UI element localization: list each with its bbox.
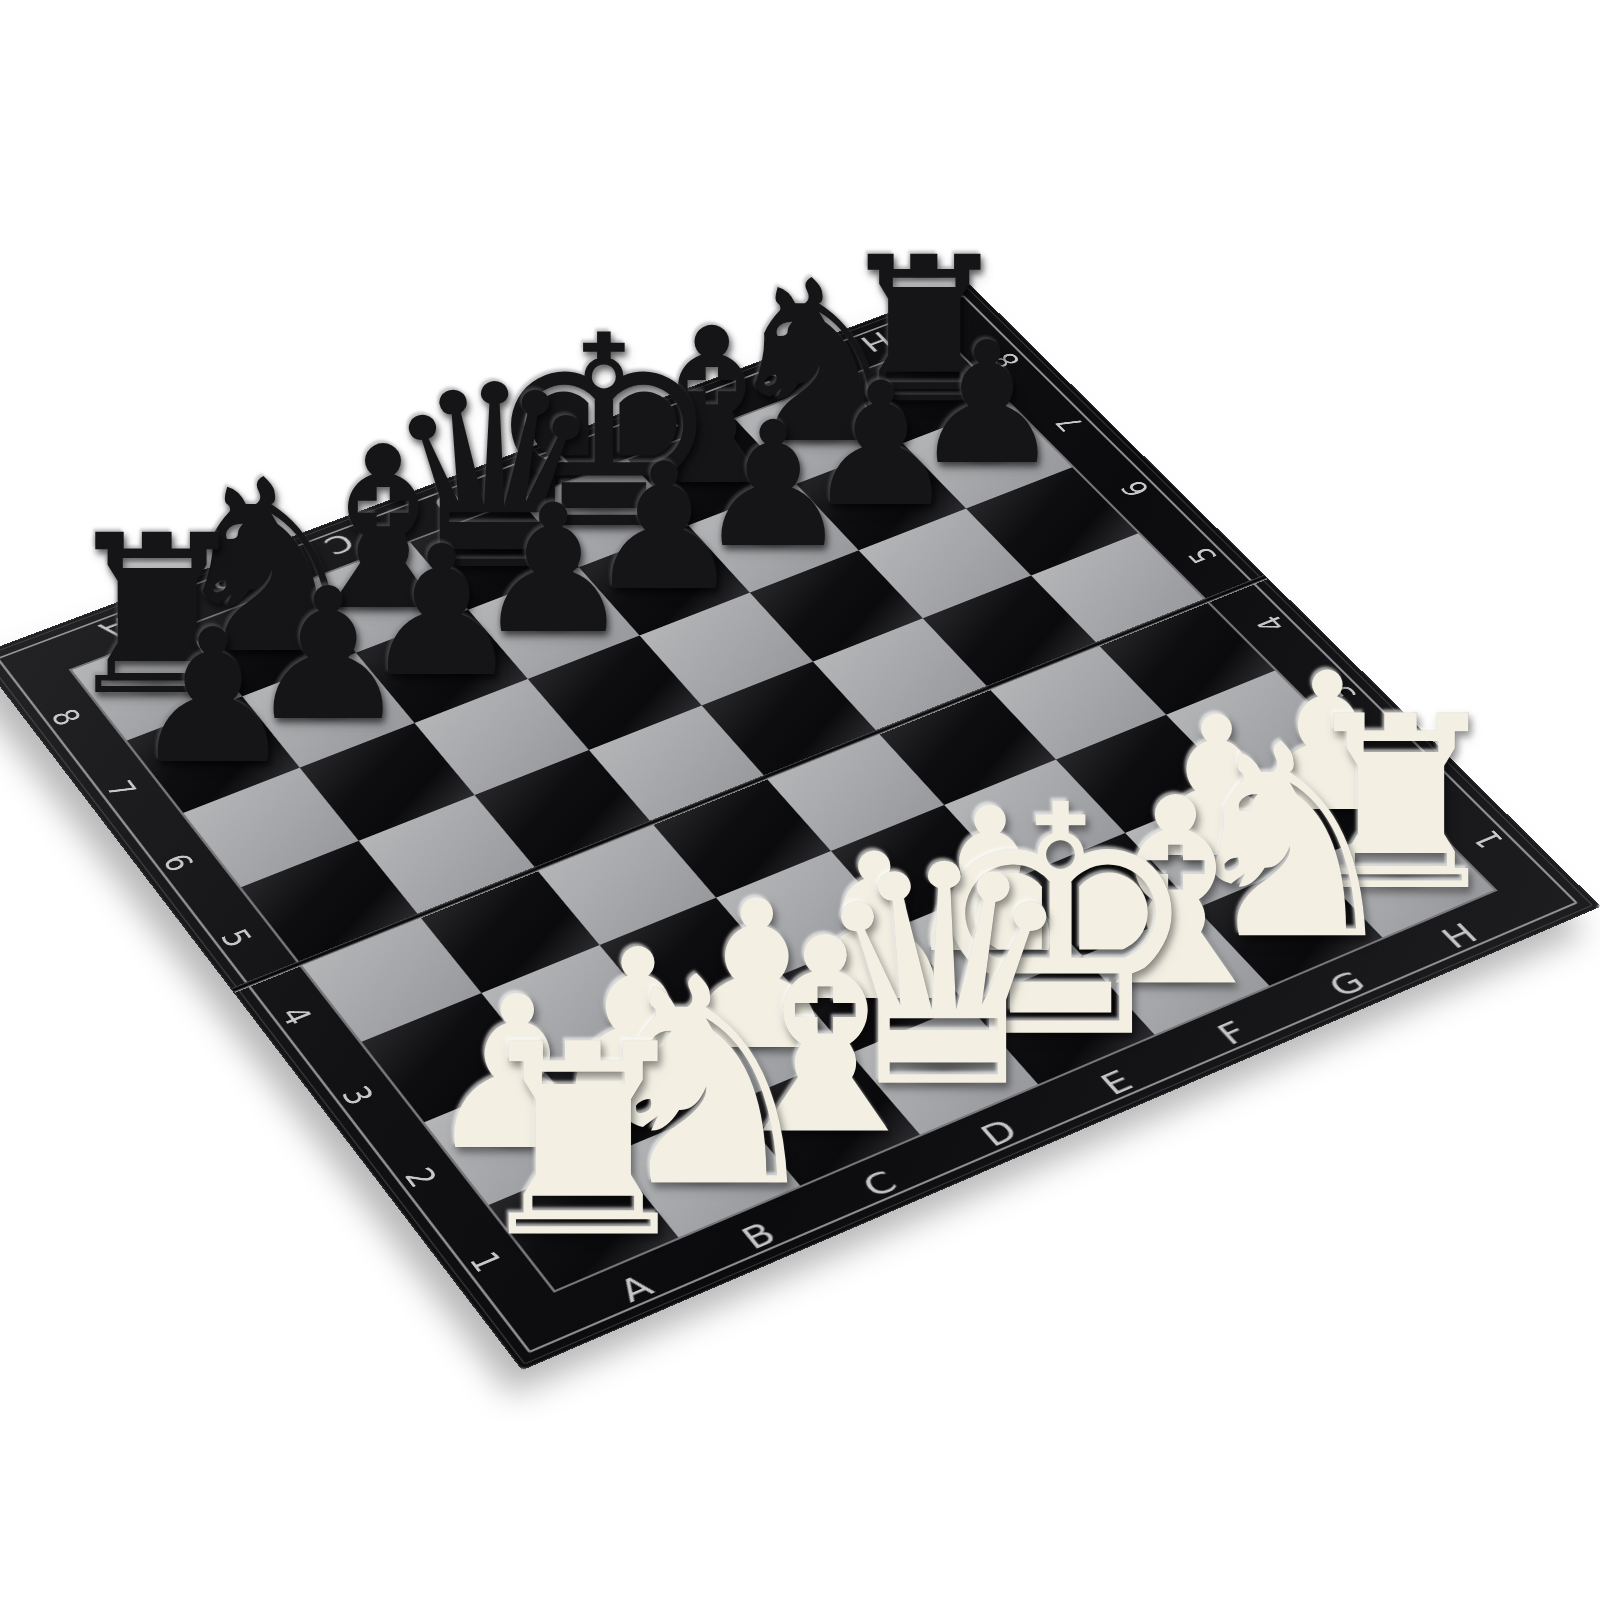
black-pawn-a7: ♟ [130,606,296,791]
pieces-layer: ♜♞♟♝♟♚♟♛♟♝♟♞♟♜♟♟♟♟♜♞♟♝♟♚♟♛♟♝♟♞♜ [0,0,1600,1600]
product-photo-stage: AA11BB22CC33DD44EE55FF66GG77HH88 ♜♞♟♝♟♚♟… [0,0,1600,1600]
white-rook-a1: ♜ [465,1009,702,1274]
